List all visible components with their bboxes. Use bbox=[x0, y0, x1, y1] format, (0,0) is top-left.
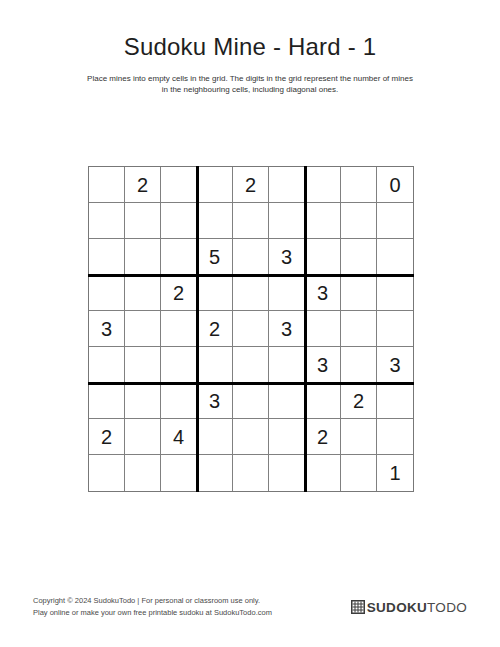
cell-r2c2[interactable] bbox=[125, 203, 161, 239]
cell-r6c9: 3 bbox=[377, 347, 413, 383]
cell-r8c9[interactable] bbox=[377, 419, 413, 455]
logo-text-todo: TODO bbox=[427, 600, 467, 615]
cell-r1c3[interactable] bbox=[161, 167, 197, 203]
cell-r6c3[interactable] bbox=[161, 347, 197, 383]
footer-text: Copyright © 2024 SudokuTodo | For person… bbox=[33, 595, 272, 619]
instructions-line-2: in the neighbouring cells, including dia… bbox=[0, 85, 500, 96]
cell-r5c7[interactable] bbox=[305, 311, 341, 347]
cell-r3c8[interactable] bbox=[341, 239, 377, 275]
cell-r2c8[interactable] bbox=[341, 203, 377, 239]
cell-r2c5[interactable] bbox=[233, 203, 269, 239]
box-separator-horizontal-2 bbox=[88, 382, 414, 385]
cell-r3c3[interactable] bbox=[161, 239, 197, 275]
cell-r1c1[interactable] bbox=[89, 167, 125, 203]
cell-r7c9[interactable] bbox=[377, 383, 413, 419]
cell-r9c2[interactable] bbox=[125, 455, 161, 491]
cell-r5c5[interactable] bbox=[233, 311, 269, 347]
cell-r1c8[interactable] bbox=[341, 167, 377, 203]
cell-r9c8[interactable] bbox=[341, 455, 377, 491]
box-separator-vertical-1 bbox=[196, 166, 199, 492]
sudokutodo-logo: SUDOKUTODO bbox=[351, 600, 467, 615]
cell-r8c3: 4 bbox=[161, 419, 197, 455]
cell-r5c3[interactable] bbox=[161, 311, 197, 347]
cell-r1c4[interactable] bbox=[197, 167, 233, 203]
tagline-line: Play online or make your own free printa… bbox=[33, 607, 272, 619]
page-title: Sudoku Mine - Hard - 1 bbox=[0, 33, 500, 61]
cell-r9c1[interactable] bbox=[89, 455, 125, 491]
page-footer: Copyright © 2024 SudokuTodo | For person… bbox=[33, 595, 467, 619]
cell-r4c9[interactable] bbox=[377, 275, 413, 311]
box-separator-horizontal-1 bbox=[88, 274, 414, 277]
instructions-line-1: Place mines into empty cells in the grid… bbox=[0, 74, 500, 85]
copyright-line: Copyright © 2024 SudokuTodo | For person… bbox=[33, 595, 272, 607]
cell-r2c9[interactable] bbox=[377, 203, 413, 239]
cell-r7c4: 3 bbox=[197, 383, 233, 419]
cell-r3c5[interactable] bbox=[233, 239, 269, 275]
cell-r4c3: 2 bbox=[161, 275, 197, 311]
cell-r2c4[interactable] bbox=[197, 203, 233, 239]
cell-r3c6: 3 bbox=[269, 239, 305, 275]
sudoku-mine-board: 220532332333322421 bbox=[88, 166, 414, 492]
cell-r8c2[interactable] bbox=[125, 419, 161, 455]
cell-r5c2[interactable] bbox=[125, 311, 161, 347]
printable-page: Sudoku Mine - Hard - 1 Place mines into … bbox=[0, 0, 500, 647]
sudoku-grid-icon bbox=[351, 600, 365, 614]
cell-r7c8: 2 bbox=[341, 383, 377, 419]
cell-r8c7: 2 bbox=[305, 419, 341, 455]
cell-r9c7[interactable] bbox=[305, 455, 341, 491]
logo-text-sudoku: SUDOKU bbox=[367, 600, 427, 615]
cell-r7c1[interactable] bbox=[89, 383, 125, 419]
cell-r3c4: 5 bbox=[197, 239, 233, 275]
cell-r4c1[interactable] bbox=[89, 275, 125, 311]
cell-r6c5[interactable] bbox=[233, 347, 269, 383]
cell-r7c7[interactable] bbox=[305, 383, 341, 419]
cell-r8c4[interactable] bbox=[197, 419, 233, 455]
cell-r5c4: 2 bbox=[197, 311, 233, 347]
cell-r3c2[interactable] bbox=[125, 239, 161, 275]
cell-r1c6[interactable] bbox=[269, 167, 305, 203]
cell-r2c6[interactable] bbox=[269, 203, 305, 239]
cell-r9c9: 1 bbox=[377, 455, 413, 491]
cell-r5c1: 3 bbox=[89, 311, 125, 347]
cell-r8c8[interactable] bbox=[341, 419, 377, 455]
cell-r1c2: 2 bbox=[125, 167, 161, 203]
cell-r8c5[interactable] bbox=[233, 419, 269, 455]
cell-r6c1[interactable] bbox=[89, 347, 125, 383]
cell-r4c4[interactable] bbox=[197, 275, 233, 311]
cell-r7c2[interactable] bbox=[125, 383, 161, 419]
puzzle-instructions: Place mines into empty cells in the grid… bbox=[0, 74, 500, 95]
cell-r5c6: 3 bbox=[269, 311, 305, 347]
cell-r3c7[interactable] bbox=[305, 239, 341, 275]
cell-r8c1: 2 bbox=[89, 419, 125, 455]
cell-r3c9[interactable] bbox=[377, 239, 413, 275]
cell-r6c6[interactable] bbox=[269, 347, 305, 383]
cell-r1c7[interactable] bbox=[305, 167, 341, 203]
cell-r4c2[interactable] bbox=[125, 275, 161, 311]
cell-r6c8[interactable] bbox=[341, 347, 377, 383]
cell-r4c6[interactable] bbox=[269, 275, 305, 311]
cell-r9c4[interactable] bbox=[197, 455, 233, 491]
cell-r9c5[interactable] bbox=[233, 455, 269, 491]
cell-r7c5[interactable] bbox=[233, 383, 269, 419]
cell-r4c5[interactable] bbox=[233, 275, 269, 311]
cell-r6c4[interactable] bbox=[197, 347, 233, 383]
cell-r6c2[interactable] bbox=[125, 347, 161, 383]
cell-r9c6[interactable] bbox=[269, 455, 305, 491]
cell-r1c5: 2 bbox=[233, 167, 269, 203]
cell-r5c8[interactable] bbox=[341, 311, 377, 347]
cell-r8c6[interactable] bbox=[269, 419, 305, 455]
cell-r6c7: 3 bbox=[305, 347, 341, 383]
cell-r1c9: 0 bbox=[377, 167, 413, 203]
cell-r4c8[interactable] bbox=[341, 275, 377, 311]
cell-r2c3[interactable] bbox=[161, 203, 197, 239]
cell-r9c3[interactable] bbox=[161, 455, 197, 491]
cell-r2c7[interactable] bbox=[305, 203, 341, 239]
logo-wordmark: SUDOKUTODO bbox=[367, 600, 467, 615]
cell-r7c6[interactable] bbox=[269, 383, 305, 419]
cell-r4c7: 3 bbox=[305, 275, 341, 311]
cell-r5c9[interactable] bbox=[377, 311, 413, 347]
cell-r2c1[interactable] bbox=[89, 203, 125, 239]
cell-r7c3[interactable] bbox=[161, 383, 197, 419]
cell-r3c1[interactable] bbox=[89, 239, 125, 275]
box-separator-vertical-2 bbox=[304, 166, 307, 492]
